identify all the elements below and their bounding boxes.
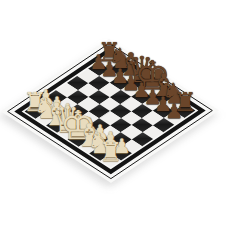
white-rook: ♜ [99, 138, 122, 164]
chess-set-photo: ♜♞♝♛♚♝♞♜♟♟♟♟♟♟♟♟♟♟♟♟♟♟♟♟♜♞♝♛♚♝♞♜ [0, 0, 228, 228]
square-h7: ♟ [163, 111, 184, 125]
square-h1: ♜ [100, 153, 121, 167]
black-pawn: ♟ [165, 101, 183, 121]
chessboard-sheet: ♜♞♝♛♚♝♞♜♟♟♟♟♟♟♟♟♟♟♟♟♟♟♟♟♜♞♝♛♚♝♞♜ [1, 39, 219, 183]
